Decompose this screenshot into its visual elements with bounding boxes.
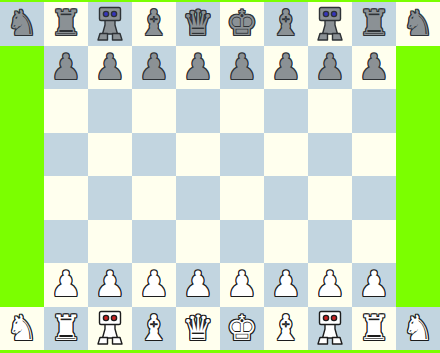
offboard-corner-left-7 xyxy=(0,46,44,90)
white-rook[interactable]: ♜ xyxy=(358,311,389,346)
offboard-corner-right-2 xyxy=(396,263,440,307)
white-bishop[interactable]: ♝ xyxy=(270,311,301,346)
black-pawn[interactable]: ♟ xyxy=(182,50,213,85)
square-b-6[interactable] xyxy=(88,89,132,133)
square-c-8[interactable]: ♝ xyxy=(132,2,176,46)
square-e-3[interactable] xyxy=(220,220,264,264)
square-b-5[interactable] xyxy=(88,133,132,177)
offboard-corner-right-5 xyxy=(396,133,440,177)
square-b-4[interactable] xyxy=(88,176,132,220)
square-a-5[interactable] xyxy=(44,133,88,177)
square-c-2[interactable]: ♟ xyxy=(132,263,176,307)
white-cannon[interactable] xyxy=(313,310,347,346)
square-d-4[interactable] xyxy=(176,176,220,220)
white-rook[interactable]: ♜ xyxy=(50,311,81,346)
square-g-7[interactable]: ♟ xyxy=(308,46,352,90)
square-a-7[interactable]: ♟ xyxy=(44,46,88,90)
white-king[interactable]: ♚ xyxy=(226,311,257,346)
square-f-3[interactable] xyxy=(264,220,308,264)
square-h-1[interactable]: ♜ xyxy=(352,307,396,351)
square-a-6[interactable] xyxy=(44,89,88,133)
white-bishop[interactable]: ♝ xyxy=(138,311,169,346)
square-e-2[interactable]: ♟ xyxy=(220,263,264,307)
white-pawn[interactable]: ♟ xyxy=(94,267,125,302)
white-pawn[interactable]: ♟ xyxy=(314,267,345,302)
square-f-2[interactable]: ♟ xyxy=(264,263,308,307)
square-e-1[interactable]: ♚ xyxy=(220,307,264,351)
square-h-8[interactable]: ♜ xyxy=(352,2,396,46)
black-bishop[interactable]: ♝ xyxy=(138,6,169,41)
offboard-corner-left-6 xyxy=(0,89,44,133)
offboard-corner-right-7 xyxy=(396,46,440,90)
square-corner-left-1[interactable]: ♞ xyxy=(0,307,44,351)
square-f-8[interactable]: ♝ xyxy=(264,2,308,46)
white-pawn[interactable]: ♟ xyxy=(138,267,169,302)
offboard-corner-right-6 xyxy=(396,89,440,133)
square-c-1[interactable]: ♝ xyxy=(132,307,176,351)
square-h-7[interactable]: ♟ xyxy=(352,46,396,90)
square-e-7[interactable]: ♟ xyxy=(220,46,264,90)
offboard-corner-right-4 xyxy=(396,176,440,220)
square-c-4[interactable] xyxy=(132,176,176,220)
square-c-5[interactable] xyxy=(132,133,176,177)
square-d-8[interactable]: ♛ xyxy=(176,2,220,46)
offboard-corner-left-5 xyxy=(0,133,44,177)
black-cannon[interactable] xyxy=(313,6,347,42)
square-g-2[interactable]: ♟ xyxy=(308,263,352,307)
square-h-2[interactable]: ♟ xyxy=(352,263,396,307)
square-e-5[interactable] xyxy=(220,133,264,177)
square-a-8[interactable]: ♜ xyxy=(44,2,88,46)
square-d-6[interactable] xyxy=(176,89,220,133)
square-b-2[interactable]: ♟ xyxy=(88,263,132,307)
black-pawn[interactable]: ♟ xyxy=(226,50,257,85)
square-e-6[interactable] xyxy=(220,89,264,133)
white-knight[interactable]: ♞ xyxy=(402,311,433,346)
white-pawn[interactable]: ♟ xyxy=(270,267,301,302)
square-b-3[interactable] xyxy=(88,220,132,264)
black-rook[interactable]: ♜ xyxy=(358,6,389,41)
square-e-4[interactable] xyxy=(220,176,264,220)
white-pawn[interactable]: ♟ xyxy=(226,267,257,302)
offboard-corner-left-2 xyxy=(0,263,44,307)
white-queen[interactable]: ♛ xyxy=(182,311,213,346)
offboard-corner-right-3 xyxy=(396,220,440,264)
black-knight[interactable]: ♞ xyxy=(402,6,433,41)
square-f-7[interactable]: ♟ xyxy=(264,46,308,90)
black-pawn[interactable]: ♟ xyxy=(358,50,389,85)
square-g-8[interactable] xyxy=(308,2,352,46)
square-a-3[interactable] xyxy=(44,220,88,264)
black-pawn[interactable]: ♟ xyxy=(94,50,125,85)
white-pawn[interactable]: ♟ xyxy=(358,267,389,302)
square-h-3[interactable] xyxy=(352,220,396,264)
black-king[interactable]: ♚ xyxy=(226,6,257,41)
square-corner-right-8[interactable]: ♞ xyxy=(396,2,440,46)
square-f-4[interactable] xyxy=(264,176,308,220)
white-pawn[interactable]: ♟ xyxy=(182,267,213,302)
offboard-corner-left-3 xyxy=(0,220,44,264)
square-f-6[interactable] xyxy=(264,89,308,133)
square-d-2[interactable]: ♟ xyxy=(176,263,220,307)
square-g-3[interactable] xyxy=(308,220,352,264)
square-d-7[interactable]: ♟ xyxy=(176,46,220,90)
square-corner-right-1[interactable]: ♞ xyxy=(396,307,440,351)
square-b-8[interactable] xyxy=(88,2,132,46)
square-g-1[interactable] xyxy=(308,307,352,351)
square-e-8[interactable]: ♚ xyxy=(220,2,264,46)
offboard-corner-left-4 xyxy=(0,176,44,220)
square-corner-left-8[interactable]: ♞ xyxy=(0,2,44,46)
white-cannon[interactable] xyxy=(93,310,127,346)
square-h-4[interactable] xyxy=(352,176,396,220)
square-a-4[interactable] xyxy=(44,176,88,220)
square-g-4[interactable] xyxy=(308,176,352,220)
square-f-1[interactable]: ♝ xyxy=(264,307,308,351)
black-pawn[interactable]: ♟ xyxy=(50,50,81,85)
square-a-1[interactable]: ♜ xyxy=(44,307,88,351)
square-g-5[interactable] xyxy=(308,133,352,177)
square-b-1[interactable] xyxy=(88,307,132,351)
square-b-7[interactable]: ♟ xyxy=(88,46,132,90)
square-c-6[interactable] xyxy=(132,89,176,133)
square-d-3[interactable] xyxy=(176,220,220,264)
square-h-5[interactable] xyxy=(352,133,396,177)
square-a-2[interactable]: ♟ xyxy=(44,263,88,307)
square-c-3[interactable] xyxy=(132,220,176,264)
black-knight[interactable]: ♞ xyxy=(6,6,37,41)
square-f-5[interactable] xyxy=(264,133,308,177)
black-pawn[interactable]: ♟ xyxy=(314,50,345,85)
chess-board: ♞♜♝♛♚♝♜♞♟♟♟♟♟♟♟♟♟♟♟♟♟♟♟♟♞♜♝♛♚♝♜♞ xyxy=(0,2,440,350)
square-c-7[interactable]: ♟ xyxy=(132,46,176,90)
square-d-1[interactable]: ♛ xyxy=(176,307,220,351)
black-pawn[interactable]: ♟ xyxy=(138,50,169,85)
white-pawn[interactable]: ♟ xyxy=(50,267,81,302)
black-pawn[interactable]: ♟ xyxy=(270,50,301,85)
black-queen[interactable]: ♛ xyxy=(182,6,213,41)
black-cannon[interactable] xyxy=(93,6,127,42)
black-rook[interactable]: ♜ xyxy=(50,6,81,41)
square-g-6[interactable] xyxy=(308,89,352,133)
white-knight[interactable]: ♞ xyxy=(6,311,37,346)
black-bishop[interactable]: ♝ xyxy=(270,6,301,41)
square-h-6[interactable] xyxy=(352,89,396,133)
square-d-5[interactable] xyxy=(176,133,220,177)
